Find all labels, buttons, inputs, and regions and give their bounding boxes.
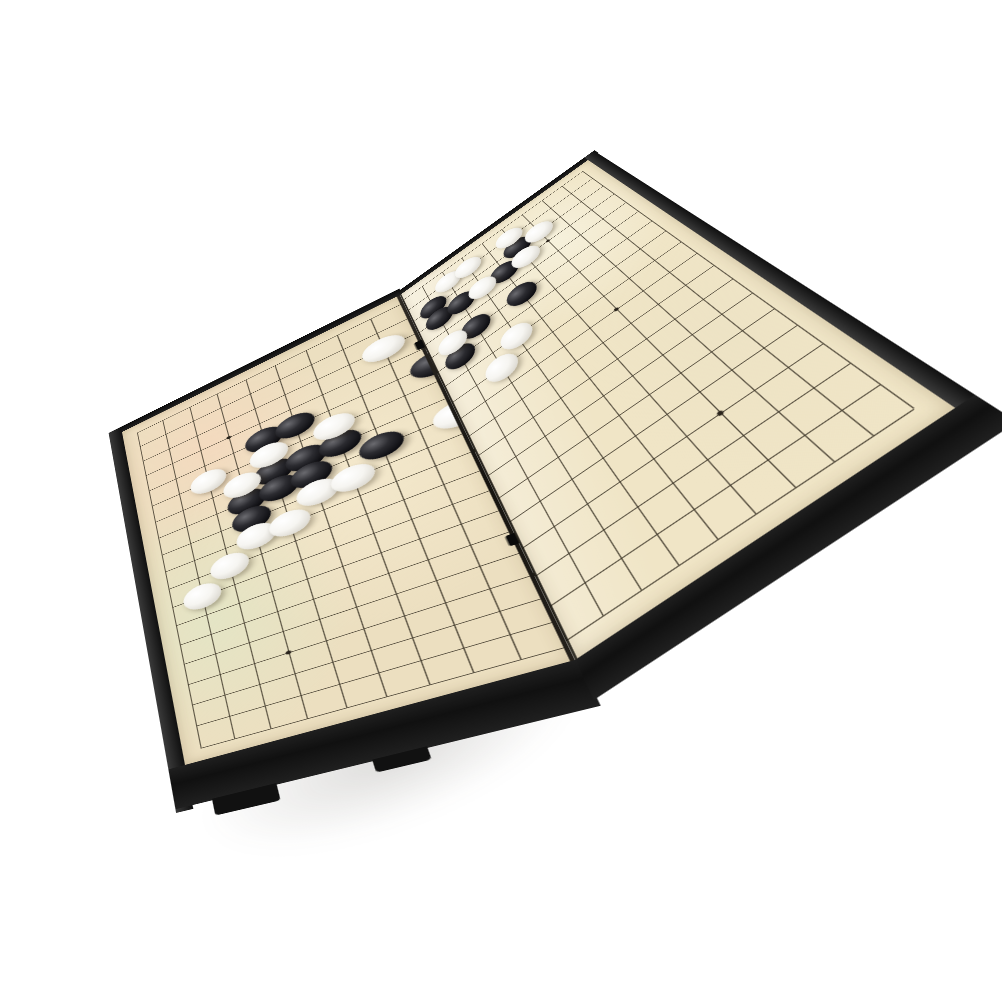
go-stone-white — [452, 253, 485, 282]
grid-line — [180, 530, 513, 645]
grid-line — [509, 325, 798, 523]
go-stone-white — [208, 548, 252, 584]
go-stone-white — [496, 318, 537, 355]
grid-line — [444, 231, 666, 387]
go-stone-white — [481, 348, 523, 387]
grid-line — [501, 229, 756, 514]
product-photo — [0, 0, 1002, 1002]
star-point — [285, 650, 292, 655]
go-stone-black — [273, 407, 318, 443]
go-stone-white — [358, 330, 408, 368]
grid-line — [521, 344, 823, 549]
grid-line — [468, 266, 714, 438]
grid-line — [188, 574, 534, 685]
grid-line — [566, 409, 915, 642]
go-stone-white — [182, 578, 224, 614]
grid-line — [487, 293, 753, 477]
